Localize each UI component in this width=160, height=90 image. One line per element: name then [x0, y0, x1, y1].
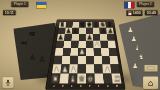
right-player-name-plate: Player 2	[137, 1, 155, 7]
chess-board: ♜♛♚♝♞♜♟♟♟♟♟♟♟♟♟♟♟♟♜♝♛♚♜ ABCDEFGH	[45, 20, 125, 89]
black-p-piece: ♟	[107, 28, 114, 34]
game-scene: ♞♝♟♟ ♟♟♝♞♟ ♜♛♚♝♞♜♟♟♟♟♟♟♟♟♟♟♟♟♜♝♛♚♜ ABCDE…	[0, 0, 160, 90]
file-label-b: B	[59, 84, 68, 88]
captured-white-p: ♟	[132, 62, 138, 69]
captured-white-p: ♟	[127, 26, 133, 33]
square-h1[interactable]: ♜	[111, 73, 121, 83]
rating-icon	[128, 11, 132, 15]
black-p-piece: ♟	[57, 34, 64, 40]
square-c3[interactable]	[70, 56, 78, 64]
right-player-clock: 03:49	[145, 10, 158, 16]
square-f8[interactable]: ♝	[92, 22, 99, 28]
chess-board-perspective-wrapper: ♜♛♚♝♞♜♟♟♟♟♟♟♟♟♟♟♟♟♜♝♛♚♜ ABCDEFGH	[44, 10, 127, 89]
file-label-h: H	[112, 84, 122, 88]
square-h4[interactable]	[108, 48, 117, 56]
black-k-piece: ♚	[86, 22, 93, 28]
square-g7[interactable]: ♟	[99, 28, 106, 34]
france-flag-icon	[124, 2, 135, 9]
left-player-name: Player 1	[11, 1, 29, 7]
square-h6[interactable]	[107, 34, 115, 41]
left-player-name-plate: Player 1	[11, 1, 29, 7]
captured-black-p: ♟	[29, 54, 36, 61]
square-h2[interactable]	[110, 64, 120, 73]
captured-white-n: ♞	[138, 53, 144, 60]
white-k-piece: ♚	[86, 75, 95, 83]
square-e1[interactable]: ♚	[86, 73, 95, 83]
white-r-piece: ♜	[51, 75, 60, 83]
square-a1[interactable]: ♜	[51, 73, 61, 83]
right-rating-value: 1400	[133, 11, 141, 15]
square-f5[interactable]: ♟	[93, 41, 101, 48]
white-b-piece: ♝	[68, 75, 77, 83]
right-clock-value: 03:49	[145, 10, 158, 16]
file-label-c: C	[68, 84, 77, 88]
left-clock-value: 10:11	[3, 10, 16, 16]
white-r-piece: ♜	[113, 75, 122, 83]
file-label-e: E	[86, 84, 95, 88]
white-p-piece: ♟	[93, 41, 101, 48]
square-e8[interactable]: ♚	[86, 22, 93, 28]
square-c2[interactable]: ♟	[69, 64, 78, 73]
microphone-button[interactable]	[2, 77, 14, 89]
black-p-piece: ♟	[72, 28, 79, 34]
white-p-piece: ♟	[61, 66, 69, 73]
white-p-piece: ♟	[69, 66, 77, 73]
black-q-piece: ♛	[79, 22, 86, 28]
square-c1[interactable]: ♝	[68, 73, 77, 83]
square-d5[interactable]	[78, 41, 86, 48]
microphone-icon	[5, 79, 10, 86]
file-label-f: F	[95, 84, 104, 88]
right-player-rating-badge: 1400	[126, 10, 143, 16]
black-b-piece: ♝	[93, 22, 100, 28]
white-p-piece: ♟	[103, 66, 111, 73]
file-label-a: A	[49, 84, 59, 88]
square-e6[interactable]: ♟	[86, 34, 93, 41]
square-d8[interactable]: ♛	[79, 22, 86, 28]
black-p-piece: ♟	[100, 28, 107, 34]
white-q-piece: ♛	[77, 75, 86, 83]
square-d1[interactable]: ♛	[77, 73, 86, 83]
ukraine-flag-icon	[36, 2, 47, 9]
captured-white-b: ♝	[134, 44, 140, 51]
square-d6[interactable]	[79, 34, 86, 41]
board-squares: ♜♛♚♝♞♜♟♟♟♟♟♟♟♟♟♟♟♟♜♝♛♚♜	[50, 22, 121, 83]
home-button[interactable]: ⌂	[143, 76, 159, 89]
square-g2[interactable]: ♟	[102, 64, 111, 73]
file-label-d: D	[77, 84, 86, 88]
panel-button-icon	[147, 67, 155, 70]
square-a6[interactable]: ♟	[57, 34, 65, 41]
square-h7[interactable]: ♟	[106, 28, 114, 34]
white-p-piece: ♟	[52, 66, 60, 73]
square-c7[interactable]: ♟	[72, 28, 79, 34]
white-p-piece: ♟	[78, 49, 86, 56]
square-h5[interactable]	[108, 41, 116, 48]
captured-black-b: ♝	[20, 39, 28, 46]
black-p-piece: ♟	[86, 34, 93, 40]
left-player-clock: 10:11	[3, 10, 16, 16]
square-d3[interactable]	[78, 56, 86, 64]
square-d4[interactable]: ♟	[78, 48, 86, 56]
panel-button[interactable]	[144, 65, 158, 72]
home-icon: ⌂	[148, 78, 154, 87]
square-d2[interactable]	[77, 64, 85, 73]
file-coordinates: ABCDEFGH	[49, 84, 121, 88]
file-label-g: G	[103, 84, 112, 88]
black-p-piece: ♟	[65, 28, 72, 34]
square-h3[interactable]	[109, 56, 118, 64]
right-player-name: Player 2	[137, 1, 155, 7]
captured-white-p: ♟	[131, 35, 137, 42]
